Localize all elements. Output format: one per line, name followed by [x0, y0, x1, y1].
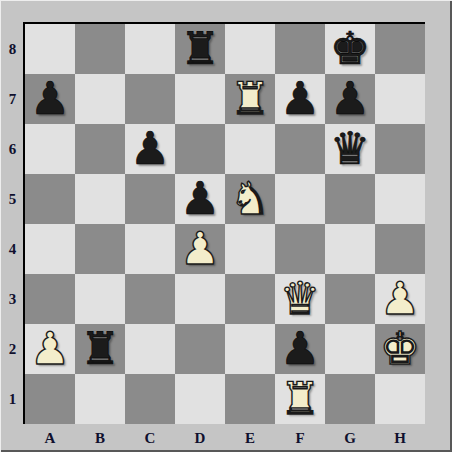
black-queen-g6[interactable]: ♛: [330, 124, 370, 174]
square-d8[interactable]: ♜: [175, 24, 225, 74]
square-h3[interactable]: ♟: [375, 274, 425, 324]
square-e4[interactable]: [225, 224, 275, 274]
rank-label-4: 4: [0, 224, 25, 274]
square-h1[interactable]: [375, 374, 425, 424]
rank-label-5: 5: [0, 174, 25, 224]
square-a4[interactable]: [25, 224, 75, 274]
square-a6[interactable]: [25, 124, 75, 174]
black-pawn-d5[interactable]: ♟: [180, 174, 220, 224]
square-g1[interactable]: [325, 374, 375, 424]
square-e6[interactable]: [225, 124, 275, 174]
square-e1[interactable]: [225, 374, 275, 424]
white-pawn-d4[interactable]: ♟: [180, 224, 220, 274]
square-d4[interactable]: ♟: [175, 224, 225, 274]
square-c3[interactable]: [125, 274, 175, 324]
square-f2[interactable]: ♟: [275, 324, 325, 374]
square-e8[interactable]: [225, 24, 275, 74]
square-b6[interactable]: [75, 124, 125, 174]
white-king-h2[interactable]: ♚: [380, 324, 420, 374]
white-pawn-h3[interactable]: ♟: [380, 274, 420, 324]
square-h4[interactable]: [375, 224, 425, 274]
square-e3[interactable]: [225, 274, 275, 324]
square-d1[interactable]: [175, 374, 225, 424]
square-d5[interactable]: ♟: [175, 174, 225, 224]
square-b3[interactable]: [75, 274, 125, 324]
black-king-g8[interactable]: ♚: [330, 24, 370, 74]
black-rook-b2[interactable]: ♜: [80, 324, 120, 374]
white-rook-f1[interactable]: ♜: [280, 374, 320, 424]
black-pawn-g7[interactable]: ♟: [330, 74, 370, 124]
rank-labels: 8 7 6 5 4 3 2 1: [0, 24, 25, 424]
square-g7[interactable]: ♟: [325, 74, 375, 124]
file-label-b: B: [75, 424, 125, 452]
square-f5[interactable]: [275, 174, 325, 224]
file-label-e: E: [225, 424, 275, 452]
square-b8[interactable]: [75, 24, 125, 74]
white-knight-e5[interactable]: ♞: [230, 174, 270, 224]
square-c8[interactable]: [125, 24, 175, 74]
square-g6[interactable]: ♛: [325, 124, 375, 174]
square-c2[interactable]: [125, 324, 175, 374]
chess-diagram: 8 7 6 5 4 3 2 1 ♜♚♟♜♟♟♟♛♟♞♟♛♟♟♜♟♚♜ A B C…: [0, 0, 452, 452]
square-d6[interactable]: [175, 124, 225, 174]
square-h2[interactable]: ♚: [375, 324, 425, 374]
square-c4[interactable]: [125, 224, 175, 274]
file-label-a: A: [25, 424, 75, 452]
square-a2[interactable]: ♟: [25, 324, 75, 374]
square-a7[interactable]: ♟: [25, 74, 75, 124]
black-rook-d8[interactable]: ♜: [180, 24, 220, 74]
black-pawn-a7[interactable]: ♟: [30, 74, 70, 124]
square-d3[interactable]: [175, 274, 225, 324]
square-c5[interactable]: [125, 174, 175, 224]
square-d7[interactable]: [175, 74, 225, 124]
square-g5[interactable]: [325, 174, 375, 224]
square-h6[interactable]: [375, 124, 425, 174]
square-d2[interactable]: [175, 324, 225, 374]
square-e7[interactable]: ♜: [225, 74, 275, 124]
square-a1[interactable]: [25, 374, 75, 424]
file-label-c: C: [125, 424, 175, 452]
white-pawn-a2[interactable]: ♟: [30, 324, 70, 374]
rank-label-1: 1: [0, 374, 25, 424]
square-b5[interactable]: [75, 174, 125, 224]
square-g4[interactable]: [325, 224, 375, 274]
square-a3[interactable]: [25, 274, 75, 324]
rank-label-6: 6: [0, 124, 25, 174]
square-f6[interactable]: [275, 124, 325, 174]
square-f1[interactable]: ♜: [275, 374, 325, 424]
square-h5[interactable]: [375, 174, 425, 224]
square-f3[interactable]: ♛: [275, 274, 325, 324]
square-g3[interactable]: [325, 274, 375, 324]
square-b4[interactable]: [75, 224, 125, 274]
rank-label-3: 3: [0, 274, 25, 324]
square-f4[interactable]: [275, 224, 325, 274]
square-c6[interactable]: ♟: [125, 124, 175, 174]
square-b7[interactable]: [75, 74, 125, 124]
square-h8[interactable]: [375, 24, 425, 74]
square-f8[interactable]: [275, 24, 325, 74]
rank-label-7: 7: [0, 74, 25, 124]
file-label-h: H: [375, 424, 425, 452]
rank-label-2: 2: [0, 324, 25, 374]
square-b2[interactable]: ♜: [75, 324, 125, 374]
file-labels: A B C D E F G H: [25, 424, 425, 452]
square-a8[interactable]: [25, 24, 75, 74]
square-a5[interactable]: [25, 174, 75, 224]
file-label-f: F: [275, 424, 325, 452]
square-g8[interactable]: ♚: [325, 24, 375, 74]
square-c1[interactable]: [125, 374, 175, 424]
file-label-d: D: [175, 424, 225, 452]
chess-board[interactable]: ♜♚♟♜♟♟♟♛♟♞♟♛♟♟♜♟♚♜: [23, 22, 425, 424]
square-e5[interactable]: ♞: [225, 174, 275, 224]
square-f7[interactable]: ♟: [275, 74, 325, 124]
square-h7[interactable]: [375, 74, 425, 124]
file-label-g: G: [325, 424, 375, 452]
rank-label-8: 8: [0, 24, 25, 74]
black-pawn-f2[interactable]: ♟: [280, 324, 320, 374]
black-pawn-f7[interactable]: ♟: [280, 74, 320, 124]
white-queen-f3[interactable]: ♛: [280, 274, 320, 324]
square-b1[interactable]: [75, 374, 125, 424]
square-e2[interactable]: [225, 324, 275, 374]
square-c7[interactable]: [125, 74, 175, 124]
square-g2[interactable]: [325, 324, 375, 374]
black-pawn-c6[interactable]: ♟: [130, 124, 170, 174]
white-rook-e7[interactable]: ♜: [230, 74, 270, 124]
